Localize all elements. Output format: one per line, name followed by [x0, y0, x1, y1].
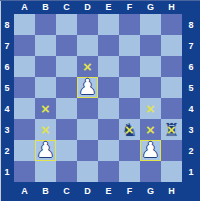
file-label-b: B	[35, 182, 56, 201]
square-c1[interactable]	[56, 161, 77, 182]
rank-label-7: 7	[0, 35, 14, 56]
file-label-f: F	[119, 0, 140, 14]
square-f4[interactable]	[119, 98, 140, 119]
file-label-c: C	[56, 182, 77, 201]
move-mark-b3: ×	[35, 119, 56, 140]
square-d5[interactable]: ♟	[77, 77, 98, 98]
square-g7[interactable]	[140, 35, 161, 56]
square-c2[interactable]	[56, 140, 77, 161]
rank-label-5: 5	[0, 77, 14, 98]
square-g4[interactable]: ×	[140, 98, 161, 119]
square-f7[interactable]	[119, 35, 140, 56]
square-f1[interactable]	[119, 161, 140, 182]
square-c6[interactable]	[56, 56, 77, 77]
square-e4[interactable]	[98, 98, 119, 119]
white-pawn[interactable]: ♟	[78, 77, 97, 98]
square-c3[interactable]	[56, 119, 77, 140]
square-a1[interactable]	[14, 161, 35, 182]
square-c5[interactable]	[56, 77, 77, 98]
frame-edge-left	[0, 0, 1, 201]
square-d1[interactable]	[77, 161, 98, 182]
square-h1[interactable]	[161, 161, 182, 182]
square-g2[interactable]: ♟	[140, 140, 161, 161]
move-mark-g4: ×	[140, 98, 161, 119]
square-d8[interactable]	[77, 14, 98, 35]
square-e6[interactable]	[98, 56, 119, 77]
file-label-c: C	[56, 0, 77, 14]
file-label-a: A	[14, 182, 35, 201]
square-d4[interactable]	[77, 98, 98, 119]
square-f5[interactable]	[119, 77, 140, 98]
move-mark-d6: ×	[77, 56, 98, 77]
square-a6[interactable]	[14, 56, 35, 77]
rank-label-3: 3	[182, 119, 200, 140]
square-c7[interactable]	[56, 35, 77, 56]
rank-label-4: 4	[182, 98, 200, 119]
square-d7[interactable]	[77, 35, 98, 56]
square-f6[interactable]	[119, 56, 140, 77]
file-label-d: D	[77, 0, 98, 14]
file-label-g: G	[140, 182, 161, 201]
file-label-d: D	[77, 182, 98, 201]
rank-labels-left: 87654321	[0, 14, 14, 182]
square-b8[interactable]	[35, 14, 56, 35]
board: ×♟×××♞××♜×♟♟	[14, 14, 182, 182]
rank-label-8: 8	[182, 14, 200, 35]
rank-label-2: 2	[0, 140, 14, 161]
square-h4[interactable]	[161, 98, 182, 119]
square-a3[interactable]	[14, 119, 35, 140]
square-a5[interactable]	[14, 77, 35, 98]
file-label-b: B	[35, 0, 56, 14]
frame-edge-top	[0, 0, 200, 1]
square-g5[interactable]	[140, 77, 161, 98]
file-label-e: E	[98, 0, 119, 14]
file-label-h: H	[161, 182, 182, 201]
file-label-f: F	[119, 182, 140, 201]
rank-label-5: 5	[182, 77, 200, 98]
move-mark-g3: ×	[140, 119, 161, 140]
square-d6[interactable]: ×	[77, 56, 98, 77]
file-labels-top: ABCDEFGH	[14, 0, 182, 14]
rank-label-2: 2	[182, 140, 200, 161]
rank-label-4: 4	[0, 98, 14, 119]
square-a7[interactable]	[14, 35, 35, 56]
move-mark-h3: ×	[161, 119, 182, 140]
move-mark-b4: ×	[35, 98, 56, 119]
square-b2[interactable]: ♟	[35, 140, 56, 161]
chessboard-frame: ABCDEFGH ABCDEFGH 87654321 87654321 ×♟××…	[0, 0, 200, 201]
square-f3[interactable]: ♞×	[119, 119, 140, 140]
square-h3[interactable]: ♜×	[161, 119, 182, 140]
square-c4[interactable]	[56, 98, 77, 119]
square-b4[interactable]: ×	[35, 98, 56, 119]
white-pawn[interactable]: ♟	[141, 140, 160, 161]
square-f2[interactable]	[119, 140, 140, 161]
square-b5[interactable]	[35, 77, 56, 98]
square-d2[interactable]	[77, 140, 98, 161]
file-label-h: H	[161, 0, 182, 14]
rank-label-6: 6	[182, 56, 200, 77]
rank-label-6: 6	[0, 56, 14, 77]
square-a8[interactable]	[14, 14, 35, 35]
file-labels-bottom: ABCDEFGH	[14, 182, 182, 201]
white-pawn[interactable]: ♟	[36, 140, 55, 161]
rank-label-8: 8	[0, 14, 14, 35]
file-label-g: G	[140, 0, 161, 14]
square-g3[interactable]: ×	[140, 119, 161, 140]
square-e1[interactable]	[98, 161, 119, 182]
rank-label-1: 1	[182, 161, 200, 182]
rank-label-3: 3	[0, 119, 14, 140]
square-h6[interactable]	[161, 56, 182, 77]
square-h8[interactable]	[161, 14, 182, 35]
square-e7[interactable]	[98, 35, 119, 56]
square-h5[interactable]	[161, 77, 182, 98]
move-mark-f3: ×	[119, 119, 140, 140]
square-e5[interactable]	[98, 77, 119, 98]
square-e3[interactable]	[98, 119, 119, 140]
square-f8[interactable]	[119, 14, 140, 35]
square-g8[interactable]	[140, 14, 161, 35]
file-label-a: A	[14, 0, 35, 14]
rank-label-1: 1	[0, 161, 14, 182]
square-c8[interactable]	[56, 14, 77, 35]
square-g6[interactable]	[140, 56, 161, 77]
square-a4[interactable]	[14, 98, 35, 119]
square-e8[interactable]	[98, 14, 119, 35]
rank-labels-right: 87654321	[182, 14, 200, 182]
square-b6[interactable]	[35, 56, 56, 77]
square-h2[interactable]	[161, 140, 182, 161]
square-d3[interactable]	[77, 119, 98, 140]
rank-label-7: 7	[182, 35, 200, 56]
square-g1[interactable]	[140, 161, 161, 182]
square-e2[interactable]	[98, 140, 119, 161]
square-b3[interactable]: ×	[35, 119, 56, 140]
square-b1[interactable]	[35, 161, 56, 182]
square-a2[interactable]	[14, 140, 35, 161]
square-h7[interactable]	[161, 35, 182, 56]
square-b7[interactable]	[35, 35, 56, 56]
file-label-e: E	[98, 182, 119, 201]
